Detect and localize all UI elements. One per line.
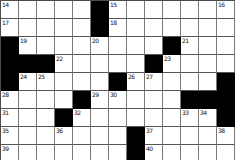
white-cell[interactable]: 38 (217, 127, 235, 145)
white-cell[interactable] (109, 127, 127, 145)
white-cell[interactable] (19, 109, 37, 127)
white-cell[interactable] (73, 127, 91, 145)
black-cell (55, 109, 73, 127)
white-cell[interactable] (181, 1, 199, 19)
black-cell (109, 73, 127, 91)
white-cell[interactable] (163, 109, 181, 127)
clue-number: 39 (2, 145, 9, 152)
white-cell[interactable]: 33 (181, 109, 199, 127)
white-cell[interactable] (163, 91, 181, 109)
black-cell (217, 73, 235, 91)
white-cell[interactable] (55, 37, 73, 55)
white-cell[interactable] (163, 127, 181, 145)
white-cell[interactable] (73, 73, 91, 91)
white-cell[interactable] (109, 55, 127, 73)
white-cell[interactable] (217, 37, 235, 55)
white-cell[interactable]: 17 (1, 19, 19, 37)
white-cell[interactable]: 39 (1, 145, 19, 160)
black-cell (1, 55, 19, 73)
white-cell[interactable] (127, 37, 145, 55)
white-cell[interactable]: 28 (1, 91, 19, 109)
white-cell[interactable] (163, 19, 181, 37)
white-cell[interactable] (73, 37, 91, 55)
white-cell[interactable] (181, 19, 199, 37)
white-cell[interactable] (199, 145, 217, 160)
white-cell[interactable]: 29 (91, 91, 109, 109)
white-cell[interactable] (199, 1, 217, 19)
clue-number: 34 (200, 109, 207, 116)
white-cell[interactable] (19, 91, 37, 109)
white-cell[interactable] (181, 127, 199, 145)
white-cell[interactable]: 35 (1, 127, 19, 145)
black-cell (217, 109, 235, 127)
clue-number: 23 (164, 55, 171, 62)
white-cell[interactable] (91, 127, 109, 145)
black-cell (37, 55, 55, 73)
white-cell[interactable] (217, 19, 235, 37)
white-cell[interactable] (109, 37, 127, 55)
white-cell[interactable] (181, 73, 199, 91)
white-cell[interactable]: 27 (145, 73, 163, 91)
white-cell[interactable]: 20 (91, 37, 109, 55)
clue-number: 25 (38, 73, 45, 80)
black-cell (199, 91, 217, 109)
white-cell[interactable] (73, 145, 91, 160)
white-cell[interactable] (109, 109, 127, 127)
white-cell[interactable] (73, 19, 91, 37)
white-cell[interactable]: 31 (1, 109, 19, 127)
clue-number: 14 (2, 1, 9, 8)
clue-number: 31 (2, 109, 9, 116)
white-cell[interactable]: 34 (199, 109, 217, 127)
white-cell[interactable] (217, 55, 235, 73)
crossword-grid: 1415161718192021222324252627282930313233… (0, 0, 235, 160)
clue-number: 32 (74, 109, 81, 116)
white-cell[interactable] (91, 73, 109, 91)
black-cell (91, 19, 109, 37)
white-cell[interactable] (145, 37, 163, 55)
clue-number: 22 (56, 55, 63, 62)
white-cell[interactable] (19, 19, 37, 37)
white-cell[interactable]: 25 (37, 73, 55, 91)
white-cell[interactable]: 18 (109, 19, 127, 37)
black-cell (73, 91, 91, 109)
white-cell[interactable] (145, 1, 163, 19)
white-cell[interactable]: 19 (19, 37, 37, 55)
white-cell[interactable] (127, 19, 145, 37)
clue-number: 33 (182, 109, 189, 116)
white-cell[interactable] (217, 145, 235, 160)
black-cell (1, 73, 19, 91)
clue-number: 29 (92, 91, 99, 98)
white-cell[interactable] (127, 91, 145, 109)
white-cell[interactable] (37, 109, 55, 127)
clue-number: 35 (2, 127, 9, 134)
white-cell[interactable]: 24 (19, 73, 37, 91)
white-cell[interactable] (181, 55, 199, 73)
clue-number: 37 (146, 127, 153, 134)
white-cell[interactable] (55, 19, 73, 37)
white-cell[interactable] (55, 73, 73, 91)
white-cell[interactable] (199, 19, 217, 37)
white-cell[interactable] (37, 1, 55, 19)
white-cell[interactable] (91, 109, 109, 127)
white-cell[interactable] (199, 37, 217, 55)
white-cell[interactable] (91, 55, 109, 73)
white-cell[interactable]: 21 (181, 37, 199, 55)
white-cell[interactable]: 14 (1, 1, 19, 19)
white-cell[interactable] (37, 127, 55, 145)
black-cell (127, 145, 145, 160)
white-cell[interactable]: 16 (217, 1, 235, 19)
white-cell[interactable] (19, 1, 37, 19)
white-cell[interactable] (37, 91, 55, 109)
white-cell[interactable] (55, 91, 73, 109)
black-cell (163, 37, 181, 55)
white-cell[interactable] (145, 19, 163, 37)
white-cell[interactable] (19, 145, 37, 160)
white-cell[interactable] (199, 127, 217, 145)
white-cell[interactable] (127, 1, 145, 19)
black-cell (19, 55, 37, 73)
white-cell[interactable] (37, 37, 55, 55)
white-cell[interactable] (127, 109, 145, 127)
black-cell (145, 55, 163, 73)
white-cell[interactable] (199, 73, 217, 91)
white-cell[interactable] (55, 145, 73, 160)
white-cell[interactable] (199, 55, 217, 73)
clue-number: 26 (128, 73, 135, 80)
black-cell (181, 91, 199, 109)
clue-number: 20 (92, 37, 99, 44)
clue-number: 27 (146, 73, 153, 80)
white-cell[interactable] (37, 145, 55, 160)
clue-number: 17 (2, 19, 9, 26)
white-cell[interactable]: 40 (145, 145, 163, 160)
white-cell[interactable] (55, 1, 73, 19)
crossword-screenshot: 1415161718192021222324252627282930313233… (0, 0, 235, 160)
white-cell[interactable]: 36 (55, 127, 73, 145)
white-cell[interactable]: 22 (55, 55, 73, 73)
white-cell[interactable] (73, 55, 91, 73)
black-cell (217, 91, 235, 109)
black-cell (127, 127, 145, 145)
clue-number: 19 (20, 37, 27, 44)
white-cell[interactable] (91, 145, 109, 160)
white-cell[interactable]: 37 (145, 127, 163, 145)
clue-number: 38 (218, 127, 225, 134)
clue-number: 30 (110, 91, 117, 98)
clue-number: 36 (56, 127, 63, 134)
white-cell[interactable]: 30 (109, 91, 127, 109)
white-cell[interactable] (127, 55, 145, 73)
clue-number: 40 (146, 145, 153, 152)
black-cell (91, 1, 109, 19)
white-cell[interactable] (181, 145, 199, 160)
clue-number: 15 (110, 1, 117, 8)
black-cell (1, 37, 19, 55)
white-cell[interactable] (163, 73, 181, 91)
white-cell[interactable] (163, 1, 181, 19)
white-cell[interactable] (145, 91, 163, 109)
white-cell[interactable] (19, 127, 37, 145)
white-cell[interactable]: 26 (127, 73, 145, 91)
white-cell[interactable] (37, 19, 55, 37)
white-cell[interactable] (109, 145, 127, 160)
clue-number: 21 (182, 37, 189, 44)
white-cell[interactable] (145, 109, 163, 127)
white-cell[interactable]: 23 (163, 55, 181, 73)
clue-number: 18 (110, 19, 117, 26)
white-cell[interactable] (163, 145, 181, 160)
clue-number: 16 (218, 1, 225, 8)
clue-number: 28 (2, 91, 9, 98)
white-cell[interactable]: 32 (73, 109, 91, 127)
white-cell[interactable] (73, 1, 91, 19)
white-cell[interactable]: 15 (109, 1, 127, 19)
clue-number: 24 (20, 73, 27, 80)
